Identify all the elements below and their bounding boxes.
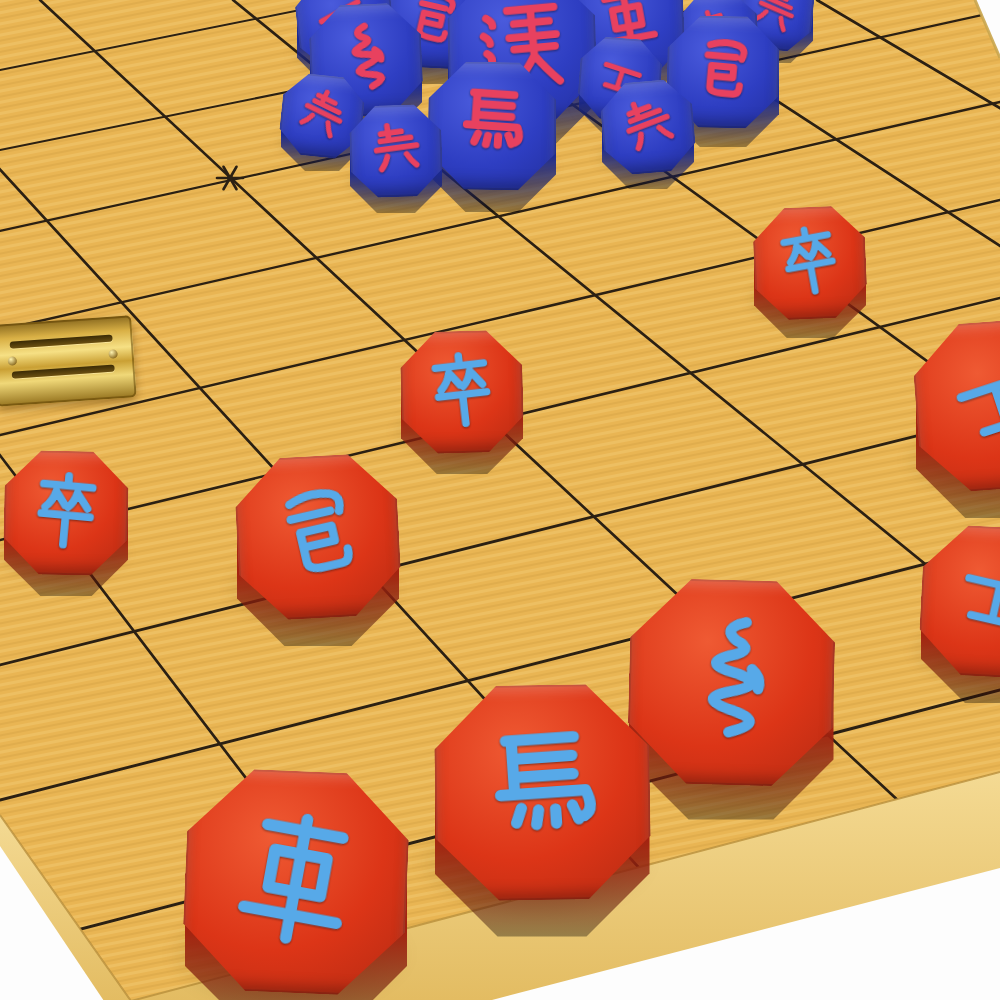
piece-character-士 — [930, 333, 1000, 473]
piece-red-guard-1[interactable] — [916, 321, 1000, 518]
piece-red-soldier-3[interactable] — [4, 451, 128, 596]
piece-character-象 — [656, 605, 806, 755]
piece-red-guard-2[interactable] — [921, 527, 1000, 703]
piece-blue-soldier-5[interactable] — [350, 105, 442, 213]
piece-character-馬 — [466, 714, 617, 865]
piece-character-包 — [254, 471, 382, 599]
piece-character-卒 — [22, 467, 111, 556]
piece-red-elephant-1[interactable] — [629, 580, 834, 820]
piece-red-chariot-1[interactable] — [185, 771, 407, 1000]
piece-character-士 — [937, 541, 1000, 660]
photo-scene — [0, 0, 1000, 1000]
piece-red-soldier-2[interactable] — [401, 331, 523, 474]
piece-character-卒 — [767, 219, 853, 305]
hinge-screw — [8, 356, 18, 366]
piece-character-兵 — [362, 116, 430, 184]
piece-character-車 — [211, 794, 382, 965]
piece-character-馬 — [447, 80, 537, 170]
hinge — [0, 315, 137, 407]
piece-red-cannon-1[interactable] — [237, 456, 399, 646]
hinge-slot — [9, 335, 113, 349]
piece-character-卒 — [417, 346, 506, 435]
piece-blue-soldier-3[interactable] — [602, 81, 694, 189]
piece-character-包 — [683, 31, 763, 111]
hinge-slot — [11, 364, 115, 378]
piece-red-soldier-1[interactable] — [754, 207, 866, 338]
piece-blue-horse-1[interactable] — [428, 62, 556, 212]
piece-red-horse-1[interactable] — [435, 685, 650, 937]
piece-character-兵 — [286, 79, 358, 151]
hinge-screw — [108, 349, 118, 359]
piece-character-兵 — [609, 87, 687, 165]
